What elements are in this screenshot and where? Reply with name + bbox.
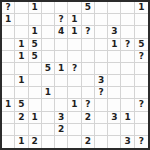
cell-r7c9[interactable] [121, 87, 134, 99]
cell-r0c5[interactable] [68, 2, 81, 14]
cell-r8c3[interactable] [42, 99, 55, 111]
cell-r1c5[interactable]: 1 [68, 14, 81, 26]
cell-r9c7[interactable] [95, 112, 108, 124]
cell-r10c10[interactable] [135, 124, 148, 136]
cell-r2c9[interactable] [121, 26, 134, 38]
cell-r6c2[interactable] [29, 75, 42, 87]
cell-r4c5[interactable] [68, 51, 81, 63]
cell-r0c3[interactable] [42, 2, 55, 14]
cell-r10c6[interactable] [82, 124, 95, 136]
cell-r10c8[interactable] [108, 124, 121, 136]
cell-r3c7[interactable] [95, 39, 108, 51]
cell-r4c7[interactable] [95, 51, 108, 63]
cell-r1c1[interactable] [15, 14, 28, 26]
cell-r11c10[interactable]: ? [135, 136, 148, 148]
cell-r0c0[interactable]: ? [2, 2, 15, 14]
cell-r5c2[interactable] [29, 63, 42, 75]
cell-r9c3[interactable] [42, 112, 55, 124]
cell-r5c1[interactable] [15, 63, 28, 75]
cell-r5c8[interactable] [108, 63, 121, 75]
cell-r11c4[interactable] [55, 136, 68, 148]
cell-r6c5[interactable] [68, 75, 81, 87]
cell-r7c4[interactable] [55, 87, 68, 99]
cell-r2c8[interactable]: 3 [108, 26, 121, 38]
cell-r5c6[interactable] [82, 63, 95, 75]
cell-r2c6[interactable]: ? [82, 26, 95, 38]
cell-r4c0[interactable] [2, 51, 15, 63]
cell-r0c7[interactable] [95, 2, 108, 14]
cell-r0c8[interactable] [108, 2, 121, 14]
cell-r2c1[interactable] [15, 26, 28, 38]
cell-r1c7[interactable] [95, 14, 108, 26]
cell-r6c8[interactable] [108, 75, 121, 87]
cell-r6c9[interactable] [121, 75, 134, 87]
cell-r11c8[interactable] [108, 136, 121, 148]
cell-r4c3[interactable] [42, 51, 55, 63]
cell-r3c1[interactable]: 1 [15, 39, 28, 51]
cell-r1c8[interactable] [108, 14, 121, 26]
cell-r1c9[interactable] [121, 14, 134, 26]
cell-r7c1[interactable] [15, 87, 28, 99]
cell-r6c0[interactable] [2, 75, 15, 87]
cell-r3c6[interactable] [82, 39, 95, 51]
cell-r8c10[interactable]: ? [135, 99, 148, 111]
cell-r9c5[interactable] [68, 112, 81, 124]
cell-r0c10[interactable]: 1 [135, 2, 148, 14]
cell-r4c4[interactable] [55, 51, 68, 63]
cell-r11c1[interactable]: 1 [15, 136, 28, 148]
cell-r5c3[interactable]: 5 [42, 63, 55, 75]
cell-r9c9[interactable]: 1 [121, 112, 134, 124]
cell-r5c10[interactable] [135, 63, 148, 75]
cell-r8c8[interactable] [108, 99, 121, 111]
cell-r10c2[interactable] [29, 124, 42, 136]
cell-r7c0[interactable] [2, 87, 15, 99]
cell-r6c1[interactable]: 1 [15, 75, 28, 87]
cell-r7c3[interactable]: 1 [42, 87, 55, 99]
cell-r10c9[interactable] [121, 124, 134, 136]
cell-r4c1[interactable]: 1 [15, 51, 28, 63]
cell-r10c0[interactable] [2, 124, 15, 136]
cell-r7c10[interactable] [135, 87, 148, 99]
cell-r5c5[interactable]: ? [68, 63, 81, 75]
cell-r4c10[interactable]: ? [135, 51, 148, 63]
cell-r7c8[interactable] [108, 87, 121, 99]
cell-r1c4[interactable]: ? [55, 14, 68, 26]
cell-r6c4[interactable] [55, 75, 68, 87]
cell-r1c3[interactable] [42, 14, 55, 26]
cell-r3c4[interactable] [55, 39, 68, 51]
cell-r11c6[interactable]: 2 [82, 136, 95, 148]
cell-r9c4[interactable]: 3 [55, 112, 68, 124]
cell-r3c3[interactable] [42, 39, 55, 51]
cell-r9c1[interactable]: 2 [15, 112, 28, 124]
cell-r1c0[interactable]: 1 [2, 14, 15, 26]
cell-r9c10[interactable] [135, 112, 148, 124]
cell-r0c2[interactable]: 1 [29, 2, 42, 14]
cell-r4c9[interactable] [121, 51, 134, 63]
cell-r2c7[interactable] [95, 26, 108, 38]
cell-r9c8[interactable]: 3 [108, 112, 121, 124]
cell-r10c4[interactable]: 2 [55, 124, 68, 136]
cell-r8c9[interactable] [121, 99, 134, 111]
cell-r10c1[interactable] [15, 124, 28, 136]
cell-r10c7[interactable] [95, 124, 108, 136]
cell-r6c6[interactable] [82, 75, 95, 87]
cell-r8c2[interactable] [29, 99, 42, 111]
cell-r4c8[interactable] [108, 51, 121, 63]
puzzle-screenshot: ?1511?1141?3151?515?51?131?151??21323121… [0, 0, 150, 150]
cell-r7c7[interactable]: ? [95, 87, 108, 99]
cell-r9c2[interactable]: 1 [29, 112, 42, 124]
cell-r6c10[interactable] [135, 75, 148, 87]
cell-r1c6[interactable] [82, 14, 95, 26]
cell-r0c9[interactable] [121, 2, 134, 14]
cell-r7c5[interactable] [68, 87, 81, 99]
cell-r11c0[interactable] [2, 136, 15, 148]
cell-r0c6[interactable]: 5 [82, 2, 95, 14]
cell-r4c2[interactable]: 5 [29, 51, 42, 63]
cell-r2c3[interactable] [42, 26, 55, 38]
cell-r2c0[interactable] [2, 26, 15, 38]
cell-r10c3[interactable] [42, 124, 55, 136]
cell-r5c0[interactable] [2, 63, 15, 75]
puzzle-board: ?1511?1141?3151?515?51?131?151??21323121… [0, 0, 150, 150]
cell-r8c5[interactable]: 1 [68, 99, 81, 111]
cell-r11c9[interactable]: 3 [121, 136, 134, 148]
cell-r11c2[interactable]: 2 [29, 136, 42, 148]
cell-r2c2[interactable]: 1 [29, 26, 42, 38]
cell-r2c5[interactable]: 1 [68, 26, 81, 38]
cell-r9c6[interactable]: 2 [82, 112, 95, 124]
cell-r8c1[interactable]: 5 [15, 99, 28, 111]
cell-r11c3[interactable] [42, 136, 55, 148]
cell-r2c4[interactable]: 4 [55, 26, 68, 38]
cell-r3c8[interactable]: 1 [108, 39, 121, 51]
cell-r4c6[interactable] [82, 51, 95, 63]
cell-r1c10[interactable] [135, 14, 148, 26]
cell-r6c7[interactable]: 3 [95, 75, 108, 87]
cell-r11c7[interactable] [95, 136, 108, 148]
cell-r8c7[interactable] [95, 99, 108, 111]
cell-r2c10[interactable] [135, 26, 148, 38]
cell-r3c2[interactable]: 5 [29, 39, 42, 51]
cell-r8c6[interactable]: ? [82, 99, 95, 111]
cell-r8c0[interactable]: 1 [2, 99, 15, 111]
cell-r3c9[interactable]: ? [121, 39, 134, 51]
cell-r8c4[interactable] [55, 99, 68, 111]
cell-r5c7[interactable] [95, 63, 108, 75]
cell-r7c6[interactable] [82, 87, 95, 99]
cell-r5c9[interactable] [121, 63, 134, 75]
cell-r7c2[interactable] [29, 87, 42, 99]
cell-r10c5[interactable] [68, 124, 81, 136]
cell-r3c0[interactable] [2, 39, 15, 51]
cell-r3c10[interactable]: 5 [135, 39, 148, 51]
cell-r3c5[interactable] [68, 39, 81, 51]
cell-r1c2[interactable] [29, 14, 42, 26]
cell-r5c4[interactable]: 1 [55, 63, 68, 75]
cell-r11c5[interactable] [68, 136, 81, 148]
cell-r0c1[interactable] [15, 2, 28, 14]
cell-r6c3[interactable] [42, 75, 55, 87]
cell-r0c4[interactable] [55, 2, 68, 14]
cell-r9c0[interactable] [2, 112, 15, 124]
